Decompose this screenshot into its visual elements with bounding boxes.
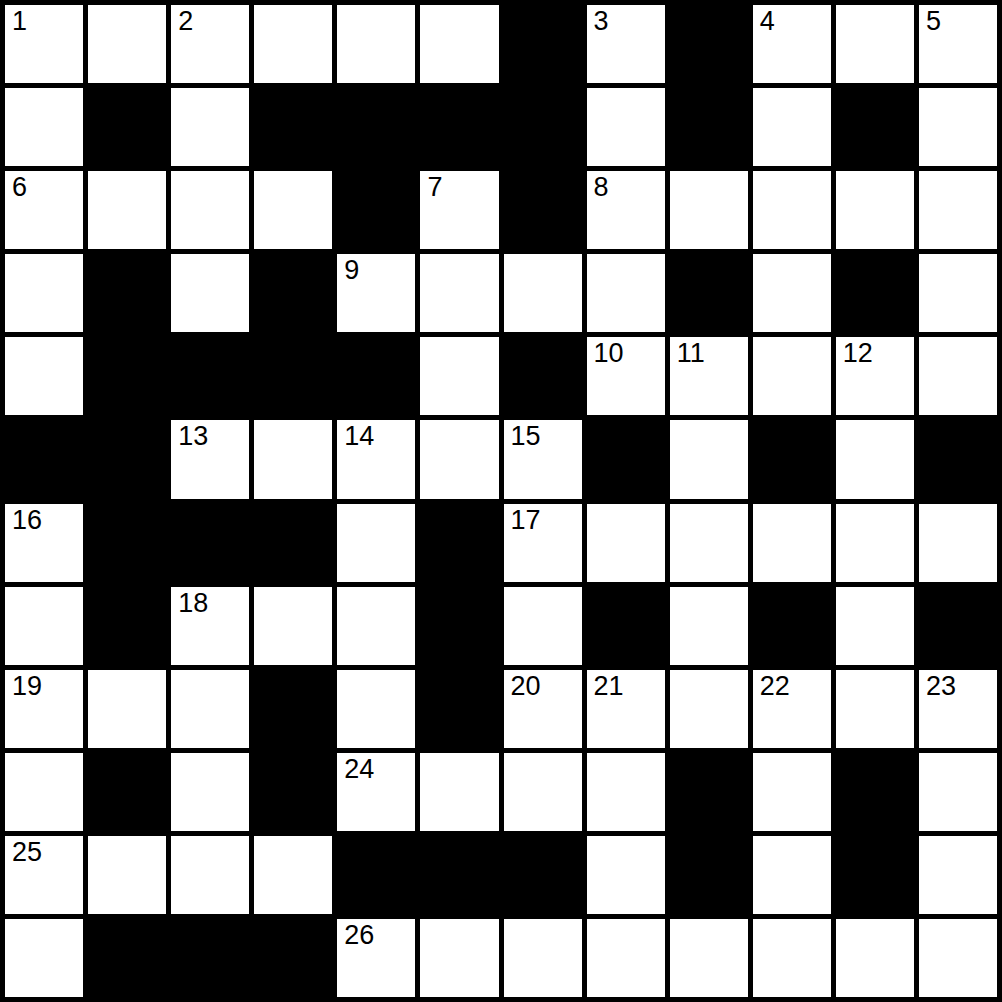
white-cell[interactable]: 6 bbox=[5, 171, 83, 249]
black-cell bbox=[254, 88, 332, 166]
black-cell bbox=[587, 587, 665, 665]
black-cell bbox=[420, 587, 498, 665]
black-cell bbox=[670, 836, 748, 914]
white-cell[interactable] bbox=[88, 171, 166, 249]
clue-number: 14 bbox=[344, 422, 374, 452]
clue-number: 17 bbox=[511, 506, 541, 536]
black-cell bbox=[504, 88, 582, 166]
white-cell[interactable]: 18 bbox=[171, 587, 249, 665]
black-cell bbox=[88, 88, 166, 166]
black-cell bbox=[504, 5, 582, 83]
black-cell bbox=[420, 504, 498, 582]
white-cell[interactable]: 22 bbox=[753, 670, 831, 748]
white-cell[interactable] bbox=[504, 919, 582, 997]
black-cell bbox=[337, 88, 415, 166]
black-cell bbox=[753, 587, 831, 665]
white-cell[interactable] bbox=[919, 88, 997, 166]
black-cell bbox=[337, 836, 415, 914]
clue-number: 7 bbox=[427, 173, 442, 203]
white-cell[interactable] bbox=[836, 587, 914, 665]
white-cell[interactable] bbox=[88, 5, 166, 83]
white-cell[interactable] bbox=[753, 919, 831, 997]
black-cell bbox=[88, 337, 166, 415]
white-cell[interactable] bbox=[504, 254, 582, 332]
clue-number: 22 bbox=[760, 672, 790, 702]
white-cell[interactable] bbox=[919, 919, 997, 997]
white-cell[interactable]: 11 bbox=[670, 337, 748, 415]
white-cell[interactable] bbox=[753, 753, 831, 831]
white-cell[interactable] bbox=[171, 171, 249, 249]
white-cell[interactable] bbox=[836, 670, 914, 748]
white-cell[interactable]: 20 bbox=[504, 670, 582, 748]
clue-number: 13 bbox=[178, 422, 208, 452]
black-cell bbox=[88, 504, 166, 582]
white-cell[interactable] bbox=[171, 88, 249, 166]
white-cell[interactable] bbox=[337, 5, 415, 83]
white-cell[interactable]: 19 bbox=[5, 670, 83, 748]
clue-number: 5 bbox=[926, 7, 941, 37]
clue-number: 10 bbox=[594, 339, 624, 369]
black-cell bbox=[254, 504, 332, 582]
black-cell bbox=[670, 88, 748, 166]
clue-number: 15 bbox=[511, 422, 541, 452]
white-cell[interactable] bbox=[5, 587, 83, 665]
black-cell bbox=[670, 254, 748, 332]
black-cell bbox=[171, 504, 249, 582]
white-cell[interactable] bbox=[753, 88, 831, 166]
black-cell bbox=[420, 670, 498, 748]
clue-number: 20 bbox=[511, 672, 541, 702]
white-cell[interactable]: 12 bbox=[836, 337, 914, 415]
black-cell bbox=[337, 337, 415, 415]
black-cell bbox=[919, 587, 997, 665]
clue-number: 19 bbox=[12, 672, 42, 702]
white-cell[interactable]: 13 bbox=[171, 420, 249, 498]
black-cell bbox=[171, 919, 249, 997]
white-cell[interactable]: 4 bbox=[753, 5, 831, 83]
crossword-grid: 1234567891011121314151617181920212223242… bbox=[0, 0, 1002, 1002]
white-cell[interactable] bbox=[420, 919, 498, 997]
black-cell bbox=[836, 254, 914, 332]
white-cell[interactable]: 7 bbox=[420, 171, 498, 249]
white-cell[interactable] bbox=[587, 88, 665, 166]
white-cell[interactable] bbox=[5, 753, 83, 831]
clue-number: 11 bbox=[677, 339, 705, 369]
black-cell bbox=[504, 171, 582, 249]
white-cell[interactable]: 2 bbox=[171, 5, 249, 83]
black-cell bbox=[753, 420, 831, 498]
white-cell[interactable] bbox=[836, 5, 914, 83]
white-cell[interactable] bbox=[5, 254, 83, 332]
white-cell[interactable] bbox=[670, 420, 748, 498]
white-cell[interactable] bbox=[420, 753, 498, 831]
white-cell[interactable] bbox=[420, 5, 498, 83]
white-cell[interactable] bbox=[836, 919, 914, 997]
white-cell[interactable] bbox=[919, 337, 997, 415]
black-cell bbox=[88, 587, 166, 665]
white-cell[interactable] bbox=[919, 171, 997, 249]
black-cell bbox=[420, 836, 498, 914]
black-cell bbox=[254, 753, 332, 831]
white-cell[interactable] bbox=[670, 171, 748, 249]
black-cell bbox=[254, 337, 332, 415]
clue-number: 24 bbox=[344, 755, 374, 785]
white-cell[interactable]: 21 bbox=[587, 670, 665, 748]
clue-number: 16 bbox=[12, 506, 42, 536]
white-cell[interactable] bbox=[337, 504, 415, 582]
white-cell[interactable] bbox=[5, 919, 83, 997]
white-cell[interactable]: 24 bbox=[337, 753, 415, 831]
black-cell bbox=[88, 254, 166, 332]
black-cell bbox=[836, 836, 914, 914]
white-cell[interactable]: 9 bbox=[337, 254, 415, 332]
white-cell[interactable]: 16 bbox=[5, 504, 83, 582]
white-cell[interactable] bbox=[836, 171, 914, 249]
white-cell[interactable]: 15 bbox=[504, 420, 582, 498]
black-cell bbox=[5, 420, 83, 498]
black-cell bbox=[836, 88, 914, 166]
white-cell[interactable] bbox=[753, 171, 831, 249]
white-cell[interactable] bbox=[670, 919, 748, 997]
black-cell bbox=[254, 919, 332, 997]
clue-number: 9 bbox=[344, 256, 359, 286]
white-cell[interactable] bbox=[587, 919, 665, 997]
white-cell[interactable]: 8 bbox=[587, 171, 665, 249]
white-cell[interactable] bbox=[420, 254, 498, 332]
clue-number: 2 bbox=[178, 7, 193, 37]
clue-number: 26 bbox=[344, 921, 374, 951]
white-cell[interactable] bbox=[587, 753, 665, 831]
white-cell[interactable] bbox=[587, 836, 665, 914]
white-cell[interactable] bbox=[587, 504, 665, 582]
clue-number: 3 bbox=[594, 7, 609, 37]
white-cell[interactable] bbox=[5, 88, 83, 166]
white-cell[interactable]: 1 bbox=[5, 5, 83, 83]
white-cell[interactable] bbox=[670, 587, 748, 665]
white-cell[interactable] bbox=[753, 836, 831, 914]
white-cell[interactable] bbox=[919, 753, 997, 831]
white-cell[interactable]: 14 bbox=[337, 420, 415, 498]
clue-number: 4 bbox=[760, 7, 775, 37]
black-cell bbox=[254, 254, 332, 332]
white-cell[interactable] bbox=[5, 337, 83, 415]
white-cell[interactable] bbox=[836, 504, 914, 582]
white-cell[interactable] bbox=[88, 836, 166, 914]
black-cell bbox=[670, 753, 748, 831]
white-cell[interactable] bbox=[171, 753, 249, 831]
white-cell[interactable] bbox=[254, 5, 332, 83]
black-cell bbox=[254, 670, 332, 748]
black-cell bbox=[504, 337, 582, 415]
clue-number: 6 bbox=[12, 173, 27, 203]
white-cell[interactable]: 23 bbox=[919, 670, 997, 748]
white-cell[interactable] bbox=[171, 254, 249, 332]
white-cell[interactable] bbox=[171, 670, 249, 748]
clue-number: 1 bbox=[12, 7, 27, 37]
clue-number: 21 bbox=[594, 672, 624, 702]
clue-number: 12 bbox=[843, 339, 873, 369]
white-cell[interactable] bbox=[670, 504, 748, 582]
black-cell bbox=[88, 753, 166, 831]
white-cell[interactable] bbox=[753, 254, 831, 332]
white-cell[interactable]: 5 bbox=[919, 5, 997, 83]
clue-number: 23 bbox=[926, 672, 956, 702]
white-cell[interactable]: 3 bbox=[587, 5, 665, 83]
white-cell[interactable]: 17 bbox=[504, 504, 582, 582]
white-cell[interactable] bbox=[337, 670, 415, 748]
black-cell bbox=[504, 836, 582, 914]
white-cell[interactable] bbox=[919, 836, 997, 914]
clue-number: 8 bbox=[594, 173, 609, 203]
white-cell[interactable] bbox=[919, 254, 997, 332]
white-cell[interactable]: 25 bbox=[5, 836, 83, 914]
white-cell[interactable] bbox=[337, 587, 415, 665]
white-cell[interactable] bbox=[254, 836, 332, 914]
black-cell bbox=[670, 5, 748, 83]
white-cell[interactable] bbox=[504, 587, 582, 665]
black-cell bbox=[88, 919, 166, 997]
black-cell bbox=[171, 337, 249, 415]
black-cell bbox=[587, 420, 665, 498]
white-cell[interactable] bbox=[504, 753, 582, 831]
white-cell[interactable] bbox=[753, 337, 831, 415]
clue-number: 18 bbox=[178, 589, 208, 619]
black-cell bbox=[337, 171, 415, 249]
white-cell[interactable] bbox=[254, 420, 332, 498]
black-cell bbox=[836, 753, 914, 831]
white-cell[interactable] bbox=[254, 171, 332, 249]
white-cell[interactable] bbox=[670, 670, 748, 748]
white-cell[interactable] bbox=[753, 504, 831, 582]
white-cell[interactable] bbox=[171, 836, 249, 914]
black-cell bbox=[88, 420, 166, 498]
white-cell[interactable] bbox=[254, 587, 332, 665]
white-cell[interactable]: 26 bbox=[337, 919, 415, 997]
white-cell[interactable] bbox=[587, 254, 665, 332]
white-cell[interactable] bbox=[88, 670, 166, 748]
white-cell[interactable] bbox=[420, 337, 498, 415]
black-cell bbox=[420, 88, 498, 166]
white-cell[interactable] bbox=[919, 504, 997, 582]
clue-number: 25 bbox=[12, 838, 42, 868]
white-cell[interactable] bbox=[420, 420, 498, 498]
white-cell[interactable]: 10 bbox=[587, 337, 665, 415]
black-cell bbox=[919, 420, 997, 498]
white-cell[interactable] bbox=[836, 420, 914, 498]
